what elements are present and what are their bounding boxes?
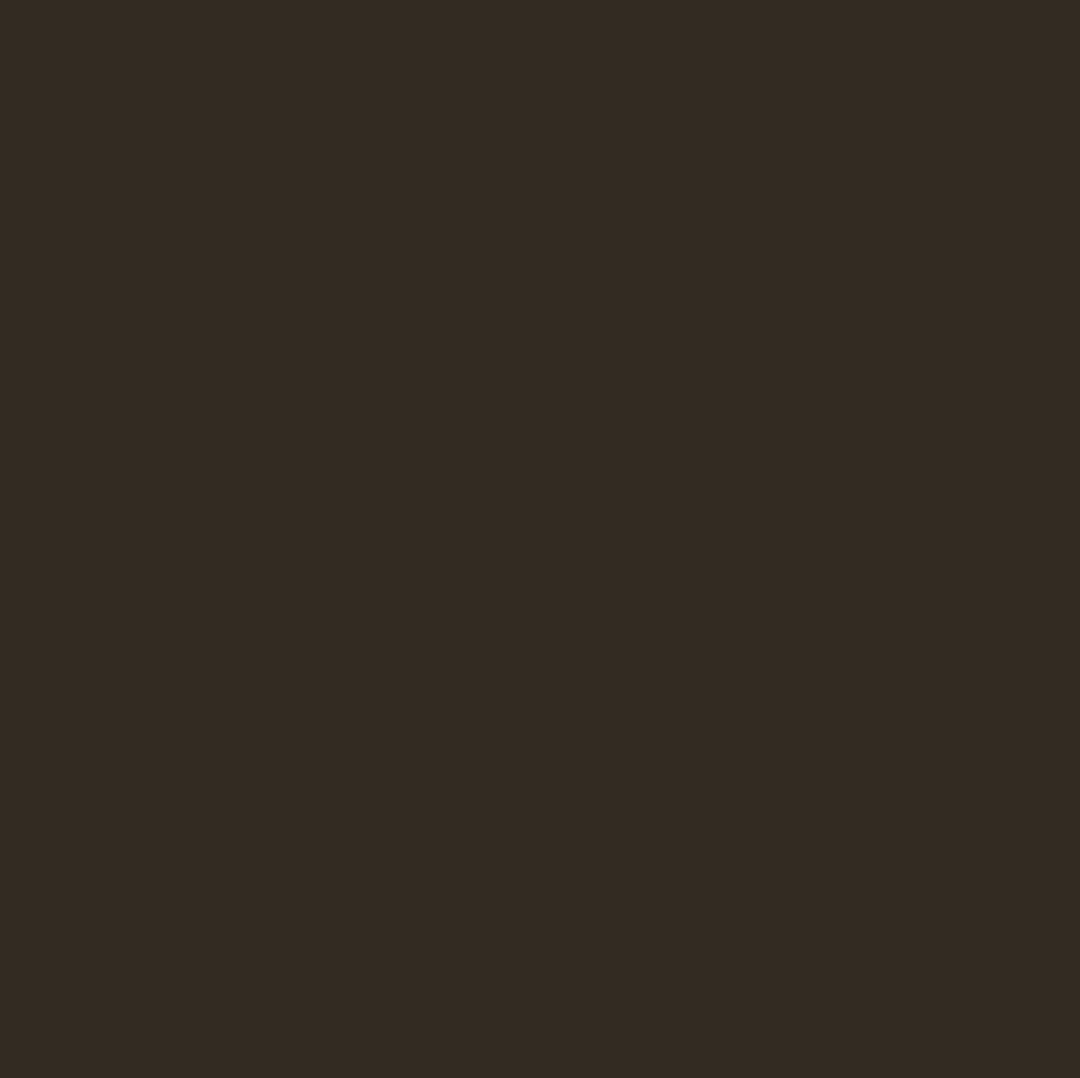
chess-board (0, 4, 1080, 1078)
